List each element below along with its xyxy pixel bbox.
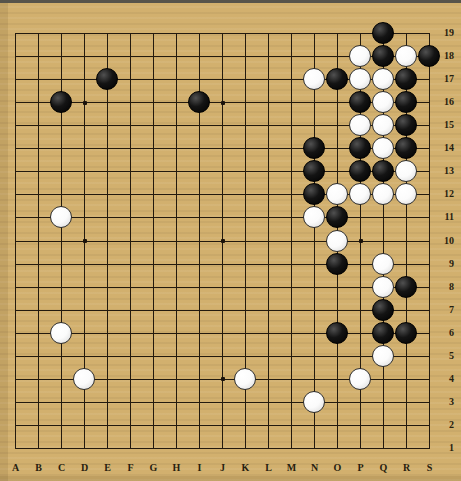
black-stone (395, 137, 417, 159)
grid-line-horizontal (15, 425, 430, 426)
board-left-shading (0, 3, 8, 481)
grid-line-horizontal (15, 310, 430, 311)
black-stone (188, 91, 210, 113)
grid-line-vertical (314, 33, 315, 449)
black-stone (326, 206, 348, 228)
black-stone (395, 322, 417, 344)
black-stone (372, 322, 394, 344)
white-stone (349, 68, 371, 90)
white-stone (395, 160, 417, 182)
column-label: C (50, 461, 73, 474)
black-stone (96, 68, 118, 90)
black-stone (372, 160, 394, 182)
column-label: A (4, 461, 27, 474)
column-label: K (234, 461, 257, 474)
white-stone (73, 368, 95, 390)
white-stone (395, 183, 417, 205)
black-stone (372, 22, 394, 44)
row-label: 13 (429, 165, 454, 177)
white-stone (372, 68, 394, 90)
row-label: 10 (429, 235, 454, 247)
row-label: 18 (429, 50, 454, 62)
white-stone (395, 45, 417, 67)
black-stone (326, 253, 348, 275)
white-stone (349, 45, 371, 67)
column-label: E (96, 461, 119, 474)
column-label: M (280, 461, 303, 474)
grid-line-horizontal (15, 333, 430, 334)
black-stone (372, 45, 394, 67)
black-stone (303, 183, 325, 205)
black-stone (326, 68, 348, 90)
white-stone (349, 183, 371, 205)
row-label: 15 (429, 119, 454, 131)
white-stone (234, 368, 256, 390)
row-label: 3 (429, 396, 454, 408)
white-stone (326, 183, 348, 205)
column-label: G (142, 461, 165, 474)
row-label: 9 (429, 258, 454, 270)
row-label: 1 (429, 442, 454, 454)
black-stone (303, 160, 325, 182)
white-stone (372, 183, 394, 205)
row-label: 5 (429, 350, 454, 362)
star-point (221, 377, 225, 381)
white-stone (50, 322, 72, 344)
column-label: L (257, 461, 280, 474)
star-point (83, 101, 87, 105)
column-label: R (395, 461, 418, 474)
row-label: 7 (429, 304, 454, 316)
column-label: B (27, 461, 50, 474)
white-stone (372, 137, 394, 159)
star-point (221, 101, 225, 105)
black-stone (395, 114, 417, 136)
white-stone (372, 253, 394, 275)
white-stone (326, 230, 348, 252)
window-top-edge (0, 0, 461, 3)
grid-line-horizontal (15, 287, 430, 288)
board-bottom-shading (0, 476, 461, 481)
star-point (221, 239, 225, 243)
black-stone (395, 68, 417, 90)
grid-line-vertical (291, 33, 292, 449)
row-label: 12 (429, 188, 454, 200)
black-stone (349, 137, 371, 159)
white-stone (372, 91, 394, 113)
white-stone (303, 391, 325, 413)
row-label: 11 (429, 211, 454, 223)
column-label: J (211, 461, 234, 474)
star-point (83, 239, 87, 243)
column-label: I (188, 461, 211, 474)
white-stone (50, 206, 72, 228)
row-label: 6 (429, 327, 454, 339)
column-label: F (119, 461, 142, 474)
grid-line-horizontal (15, 356, 430, 357)
column-label: O (326, 461, 349, 474)
row-label: 19 (429, 27, 454, 39)
row-label: 8 (429, 281, 454, 293)
white-stone (372, 276, 394, 298)
star-point (359, 239, 363, 243)
black-stone (372, 299, 394, 321)
white-stone (372, 114, 394, 136)
column-label: Q (372, 461, 395, 474)
grid-line-horizontal (15, 402, 430, 403)
white-stone (303, 206, 325, 228)
black-stone (395, 91, 417, 113)
white-stone (303, 68, 325, 90)
black-stone (50, 91, 72, 113)
column-label: N (303, 461, 326, 474)
row-label: 17 (429, 73, 454, 85)
column-label: S (418, 461, 441, 474)
black-stone (349, 91, 371, 113)
row-label: 2 (429, 419, 454, 431)
row-label: 4 (429, 373, 454, 385)
row-label: 16 (429, 96, 454, 108)
column-label: D (73, 461, 96, 474)
column-label: P (349, 461, 372, 474)
go-board-app: ABCDEFGHIJKLMNOPQRS 19181716151413121110… (0, 0, 461, 481)
white-stone (349, 114, 371, 136)
column-label: H (165, 461, 188, 474)
black-stone (303, 137, 325, 159)
black-stone (349, 160, 371, 182)
grid-line-horizontal (15, 448, 430, 449)
black-stone (326, 322, 348, 344)
grid-line-horizontal (15, 264, 430, 265)
white-stone (372, 345, 394, 367)
grid-line-vertical (268, 33, 269, 449)
row-label: 14 (429, 142, 454, 154)
white-stone (349, 368, 371, 390)
black-stone (395, 276, 417, 298)
